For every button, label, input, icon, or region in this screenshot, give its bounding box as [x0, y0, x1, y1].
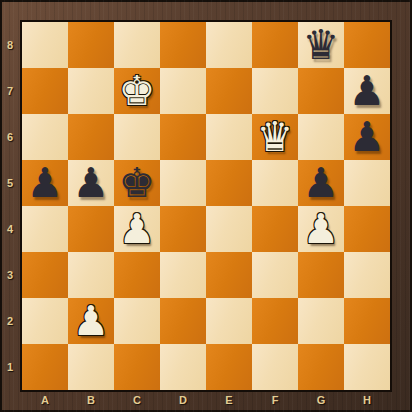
square-e2[interactable]: [206, 298, 252, 344]
square-c2[interactable]: [114, 298, 160, 344]
file-label-d: D: [160, 390, 206, 410]
rank-label-2: 2: [0, 298, 20, 344]
white-queen[interactable]: ♛: [252, 114, 298, 160]
square-a4[interactable]: [22, 206, 68, 252]
rank-label-8: 8: [0, 22, 20, 68]
square-a6[interactable]: [22, 114, 68, 160]
file-label-f: F: [252, 390, 298, 410]
square-g4[interactable]: ♟: [298, 206, 344, 252]
rank-label-5: 5: [0, 160, 20, 206]
square-c1[interactable]: [114, 344, 160, 390]
square-f5[interactable]: [252, 160, 298, 206]
file-labels: ABCDEFGH: [22, 390, 390, 410]
square-f6[interactable]: ♛: [252, 114, 298, 160]
square-g5[interactable]: ♟: [298, 160, 344, 206]
black-king[interactable]: ♚: [114, 160, 160, 206]
square-b5[interactable]: ♟: [68, 160, 114, 206]
rank-label-7: 7: [0, 68, 20, 114]
square-b7[interactable]: [68, 68, 114, 114]
white-pawn[interactable]: ♟: [298, 206, 344, 252]
square-c7[interactable]: ♚: [114, 68, 160, 114]
square-b4[interactable]: [68, 206, 114, 252]
white-king[interactable]: ♚: [114, 68, 160, 114]
square-a7[interactable]: [22, 68, 68, 114]
square-d5[interactable]: [160, 160, 206, 206]
square-b1[interactable]: [68, 344, 114, 390]
white-pawn[interactable]: ♟: [68, 298, 114, 344]
square-b3[interactable]: [68, 252, 114, 298]
square-c8[interactable]: [114, 22, 160, 68]
chess-board: ♛♚♟♛♟♟♟♚♟♟♟♟: [20, 20, 392, 392]
file-label-a: A: [22, 390, 68, 410]
square-f7[interactable]: [252, 68, 298, 114]
white-pawn[interactable]: ♟: [114, 206, 160, 252]
black-queen[interactable]: ♛: [298, 22, 344, 68]
square-e4[interactable]: [206, 206, 252, 252]
square-c3[interactable]: [114, 252, 160, 298]
file-label-c: C: [114, 390, 160, 410]
square-e8[interactable]: [206, 22, 252, 68]
square-a2[interactable]: [22, 298, 68, 344]
file-label-e: E: [206, 390, 252, 410]
square-h7[interactable]: ♟: [344, 68, 390, 114]
square-b8[interactable]: [68, 22, 114, 68]
black-pawn[interactable]: ♟: [68, 160, 114, 206]
square-g7[interactable]: [298, 68, 344, 114]
black-pawn[interactable]: ♟: [344, 68, 390, 114]
rank-label-3: 3: [0, 252, 20, 298]
square-d7[interactable]: [160, 68, 206, 114]
square-b6[interactable]: [68, 114, 114, 160]
square-g8[interactable]: ♛: [298, 22, 344, 68]
square-e3[interactable]: [206, 252, 252, 298]
square-b2[interactable]: ♟: [68, 298, 114, 344]
square-c5[interactable]: ♚: [114, 160, 160, 206]
square-e5[interactable]: [206, 160, 252, 206]
rank-label-1: 1: [0, 344, 20, 390]
square-h6[interactable]: ♟: [344, 114, 390, 160]
square-g2[interactable]: [298, 298, 344, 344]
square-e1[interactable]: [206, 344, 252, 390]
file-label-h: H: [344, 390, 390, 410]
square-a8[interactable]: [22, 22, 68, 68]
square-h2[interactable]: [344, 298, 390, 344]
square-e6[interactable]: [206, 114, 252, 160]
square-f1[interactable]: [252, 344, 298, 390]
square-h3[interactable]: [344, 252, 390, 298]
file-label-b: B: [68, 390, 114, 410]
square-f8[interactable]: [252, 22, 298, 68]
square-d8[interactable]: [160, 22, 206, 68]
square-g6[interactable]: [298, 114, 344, 160]
square-a1[interactable]: [22, 344, 68, 390]
square-f2[interactable]: [252, 298, 298, 344]
black-pawn[interactable]: ♟: [22, 160, 68, 206]
rank-labels: 87654321: [0, 22, 20, 390]
square-g3[interactable]: [298, 252, 344, 298]
square-h1[interactable]: [344, 344, 390, 390]
square-f4[interactable]: [252, 206, 298, 252]
square-d4[interactable]: [160, 206, 206, 252]
square-h8[interactable]: [344, 22, 390, 68]
file-label-g: G: [298, 390, 344, 410]
square-f3[interactable]: [252, 252, 298, 298]
chess-board-frame: 87654321 ♛♚♟♛♟♟♟♚♟♟♟♟ ABCDEFGH: [0, 0, 412, 412]
square-h5[interactable]: [344, 160, 390, 206]
rank-label-6: 6: [0, 114, 20, 160]
square-a5[interactable]: ♟: [22, 160, 68, 206]
square-c4[interactable]: ♟: [114, 206, 160, 252]
square-g1[interactable]: [298, 344, 344, 390]
rank-label-4: 4: [0, 206, 20, 252]
black-pawn[interactable]: ♟: [344, 114, 390, 160]
square-d1[interactable]: [160, 344, 206, 390]
square-d3[interactable]: [160, 252, 206, 298]
square-d2[interactable]: [160, 298, 206, 344]
black-pawn[interactable]: ♟: [298, 160, 344, 206]
square-h4[interactable]: [344, 206, 390, 252]
square-a3[interactable]: [22, 252, 68, 298]
square-e7[interactable]: [206, 68, 252, 114]
square-c6[interactable]: [114, 114, 160, 160]
square-d6[interactable]: [160, 114, 206, 160]
